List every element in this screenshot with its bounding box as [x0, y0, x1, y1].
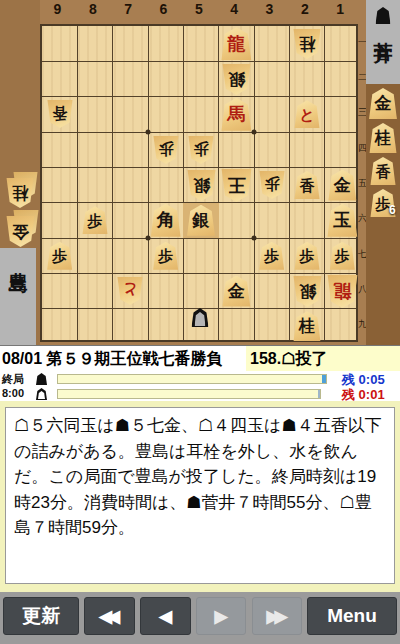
board-piece-48-金: 金	[222, 276, 251, 307]
board-piece-78-と: と	[117, 277, 143, 305]
hand-piece-gote-桂: 桂	[6, 178, 34, 208]
board-piece-66-角: 角	[150, 204, 181, 237]
grid-line-h	[42, 273, 356, 274]
file-label: 5	[181, 1, 216, 17]
shogi-app: 987654321 龍桂銀香馬と歩歩銀王歩香金歩角銀玉歩歩歩歩歩と金銀龍桂 一二…	[0, 0, 400, 644]
shogi-board: 龍桂銀香馬と歩歩銀王歩香金歩角銀玉歩歩歩歩歩と金銀龍桂	[40, 24, 358, 342]
board-piece-23-と: と	[294, 100, 320, 128]
star-dot	[146, 130, 151, 135]
file-label: 6	[146, 1, 181, 17]
clock-label-gote: 8:00	[2, 387, 24, 399]
board-piece-41-龍: 龍	[221, 27, 252, 60]
clock-row-sente: 終局 残 0:05	[0, 371, 400, 386]
board-piece-27-歩: 歩	[294, 242, 320, 270]
grid-line-v	[112, 26, 113, 340]
star-dot	[252, 236, 257, 241]
grid-line-v	[148, 26, 149, 340]
board-piece-21-桂: 桂	[293, 29, 321, 59]
board-piece-35-歩: 歩	[259, 171, 285, 199]
grid-line-h	[42, 61, 356, 62]
grid-line-v	[324, 26, 325, 340]
rewind-button[interactable]: ◀◀	[84, 597, 135, 635]
file-label: 2	[287, 1, 322, 17]
hand-piece-sente-香: 香	[370, 157, 396, 185]
board-piece-29-桂: 桂	[293, 311, 321, 341]
board-piece-43-馬: 馬	[221, 98, 252, 131]
grid-line-v	[254, 26, 255, 340]
grid-line-h	[42, 96, 356, 97]
board-piece-64-歩: 歩	[153, 136, 179, 164]
time-bar-sente	[57, 374, 327, 384]
board-piece-18-龍: 龍	[327, 275, 358, 308]
grid-line-v	[218, 26, 219, 340]
clock-panel: 終局 残 0:05 8:00 残 0:01	[0, 371, 400, 401]
clock-row-gote: 8:00 残 0:01	[0, 386, 400, 401]
board-area: 987654321 龍桂銀香馬と歩歩銀王歩香金歩角銀玉歩歩歩歩歩と金銀龍桂 一二…	[0, 0, 400, 345]
grid-line-h	[42, 132, 356, 133]
grid-line-v	[77, 26, 78, 340]
hand-piece-sente-金: 金	[369, 88, 398, 119]
toolbar: 更新 ◀◀ ◀ ▶ ▶▶ Menu	[0, 592, 400, 644]
sente-piece-icon	[376, 7, 391, 24]
hand-piece-gote-金: 金	[6, 216, 35, 247]
update-button[interactable]: 更新	[3, 597, 79, 635]
header-bar: 08/01 第５９期王位戦七番勝負 158.☖投了	[0, 345, 400, 371]
event-title: 08/01 第５９期王位戦七番勝負	[2, 346, 246, 372]
file-label: 7	[111, 1, 146, 17]
hand-count-歩: 6	[389, 203, 396, 217]
board-piece-86-歩: 歩	[82, 206, 108, 234]
board-piece-93-香: 香	[47, 100, 73, 128]
menu-button[interactable]: Menu	[307, 597, 397, 635]
sente-player-name: 菅井	[370, 26, 396, 30]
grid-line-v	[289, 26, 290, 340]
commentary-text[interactable]: ☖５六同玉は☗５七金、☖４四玉は☗４五香以下の詰みがある。豊島は耳栓を外し、水を…	[5, 407, 395, 584]
clock-label-sente: 終局	[2, 372, 24, 387]
board-piece-17-歩: 歩	[329, 242, 355, 270]
gote-player-name: 豊島	[5, 256, 31, 260]
back-button[interactable]: ◀	[140, 597, 191, 635]
board-piece-16-玉: 玉	[327, 204, 358, 237]
board-piece-54-歩: 歩	[188, 136, 214, 164]
move-indicator: 158.☖投了	[246, 346, 400, 372]
grid-line-h	[42, 167, 356, 168]
star-dot	[252, 130, 257, 135]
fast-forward-button[interactable]: ▶▶	[252, 597, 302, 635]
board-piece-45-王: 王	[221, 169, 252, 202]
commentary-panel: ☖５六同玉は☗５七金、☖４四玉は☗４五香以下の詰みがある。豊島は耳栓を外し、水を…	[0, 401, 400, 592]
board-piece-55-銀: 銀	[187, 170, 216, 201]
gote-player-panel: 豊島	[0, 248, 36, 345]
file-label: 3	[252, 1, 287, 17]
file-label: 9	[40, 1, 75, 17]
file-label: 1	[323, 1, 358, 17]
board-piece-42-銀: 銀	[222, 64, 251, 95]
board-piece-97-歩: 歩	[47, 242, 73, 270]
grid-line-v	[183, 26, 184, 340]
file-label: 8	[75, 1, 110, 17]
board-piece-67-歩: 歩	[153, 242, 179, 270]
sente-player-panel: 菅井	[366, 0, 400, 84]
board-piece-28-銀: 銀	[293, 276, 322, 307]
board-piece-25-香: 香	[294, 171, 320, 199]
forward-button[interactable]: ▶	[196, 597, 246, 635]
sente-mark-icon	[36, 373, 47, 385]
star-dot	[146, 236, 151, 241]
board-piece-37-歩: 歩	[259, 242, 285, 270]
file-labels: 987654321	[40, 1, 358, 22]
hand-piece-sente-桂: 桂	[369, 123, 397, 153]
gote-mark-icon	[36, 388, 47, 400]
time-bar-gote	[57, 389, 321, 399]
file-label: 4	[217, 1, 252, 17]
board-piece-15-金: 金	[328, 170, 357, 201]
sente-hand-tray: 金桂香歩6	[366, 84, 400, 345]
